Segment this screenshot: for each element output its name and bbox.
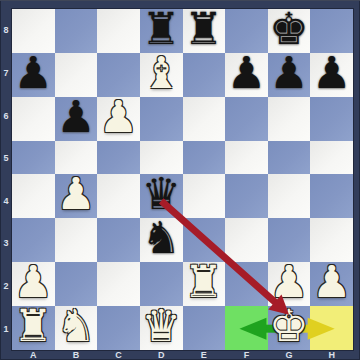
square-d1[interactable]: ♛	[140, 306, 183, 350]
square-d7[interactable]: ♝	[140, 53, 183, 97]
file-label-b: B	[55, 350, 98, 360]
piece-black-queen[interactable]: ♛	[141, 172, 180, 216]
square-h7[interactable]: ♟	[310, 53, 353, 97]
square-e1[interactable]	[183, 306, 226, 350]
board-frame: 87654321 ABCDEFGH ♜♜♚♟♝♟♟♟♟♟♟♛♞♟♜♟♟♜♞♛♚	[0, 0, 360, 360]
piece-white-king[interactable]: ♚	[269, 304, 308, 348]
square-a5[interactable]	[12, 141, 55, 174]
square-b3[interactable]	[55, 218, 98, 262]
piece-black-rook[interactable]: ♜	[184, 7, 223, 51]
square-h5[interactable]	[310, 141, 353, 174]
piece-black-pawn[interactable]: ♟	[227, 51, 266, 95]
square-e4[interactable]	[183, 174, 226, 218]
file-label-a: A	[12, 350, 55, 360]
square-e8[interactable]: ♜	[183, 9, 226, 53]
square-f2[interactable]	[225, 262, 268, 306]
rank-label-3: 3	[0, 222, 12, 265]
square-f6[interactable]	[225, 97, 268, 141]
rank-label-1: 1	[0, 307, 12, 350]
square-d6[interactable]	[140, 97, 183, 141]
square-a7[interactable]: ♟	[12, 53, 55, 97]
square-g4[interactable]	[268, 174, 311, 218]
square-a4[interactable]	[12, 174, 55, 218]
square-f4[interactable]	[225, 174, 268, 218]
file-label-c: C	[97, 350, 140, 360]
file-label-h: H	[310, 350, 353, 360]
square-e6[interactable]	[183, 97, 226, 141]
square-g6[interactable]	[268, 97, 311, 141]
file-label-e: E	[183, 350, 226, 360]
rank-label-8: 8	[0, 9, 12, 52]
piece-white-pawn[interactable]: ♟	[99, 95, 138, 139]
piece-white-pawn[interactable]: ♟	[56, 172, 95, 216]
rank-label-4: 4	[0, 180, 12, 223]
square-f1-highlight[interactable]	[225, 306, 268, 350]
piece-black-pawn[interactable]: ♟	[312, 51, 351, 95]
square-f5[interactable]	[225, 141, 268, 174]
square-b1[interactable]: ♞	[55, 306, 98, 350]
square-e2[interactable]: ♜	[183, 262, 226, 306]
square-g5[interactable]	[268, 141, 311, 174]
square-c1[interactable]	[97, 306, 140, 350]
piece-white-pawn[interactable]: ♟	[312, 260, 351, 304]
square-h6[interactable]	[310, 97, 353, 141]
square-e7[interactable]	[183, 53, 226, 97]
square-b6[interactable]: ♟	[55, 97, 98, 141]
square-c5[interactable]	[97, 141, 140, 174]
square-c8[interactable]	[97, 9, 140, 53]
piece-white-queen[interactable]: ♛	[141, 304, 180, 348]
square-f3[interactable]	[225, 218, 268, 262]
chess-board: ♜♜♚♟♝♟♟♟♟♟♟♛♞♟♜♟♟♜♞♛♚	[12, 9, 353, 350]
square-a1[interactable]: ♜	[12, 306, 55, 350]
square-h4[interactable]	[310, 174, 353, 218]
square-f7[interactable]: ♟	[225, 53, 268, 97]
piece-white-rook[interactable]: ♜	[14, 304, 53, 348]
piece-black-knight[interactable]: ♞	[141, 216, 180, 260]
square-d3[interactable]: ♞	[140, 218, 183, 262]
square-g1[interactable]: ♚	[268, 306, 311, 350]
file-label-g: G	[268, 350, 311, 360]
square-h2[interactable]: ♟	[310, 262, 353, 306]
square-b8[interactable]	[55, 9, 98, 53]
piece-white-bishop[interactable]: ♝	[141, 51, 180, 95]
piece-white-rook[interactable]: ♜	[184, 260, 223, 304]
square-c6[interactable]: ♟	[97, 97, 140, 141]
piece-white-knight[interactable]: ♞	[56, 304, 95, 348]
file-labels: ABCDEFGH	[12, 350, 353, 360]
piece-black-pawn[interactable]: ♟	[269, 51, 308, 95]
piece-white-pawn[interactable]: ♟	[269, 260, 308, 304]
rank-label-2: 2	[0, 265, 12, 308]
rank-label-5: 5	[0, 137, 12, 180]
rank-label-6: 6	[0, 94, 12, 137]
piece-black-pawn[interactable]: ♟	[14, 51, 53, 95]
square-h1-highlight[interactable]	[310, 306, 353, 350]
square-g7[interactable]: ♟	[268, 53, 311, 97]
file-label-f: F	[225, 350, 268, 360]
square-c3[interactable]	[97, 218, 140, 262]
square-e5[interactable]	[183, 141, 226, 174]
square-c4[interactable]	[97, 174, 140, 218]
piece-black-pawn[interactable]: ♟	[56, 95, 95, 139]
square-b4[interactable]: ♟	[55, 174, 98, 218]
square-c2[interactable]	[97, 262, 140, 306]
file-label-d: D	[140, 350, 183, 360]
rank-labels: 87654321	[0, 9, 12, 350]
piece-black-rook[interactable]: ♜	[141, 7, 180, 51]
square-a6[interactable]	[12, 97, 55, 141]
piece-white-pawn[interactable]: ♟	[14, 260, 53, 304]
piece-black-king[interactable]: ♚	[269, 7, 308, 51]
rank-label-7: 7	[0, 52, 12, 95]
